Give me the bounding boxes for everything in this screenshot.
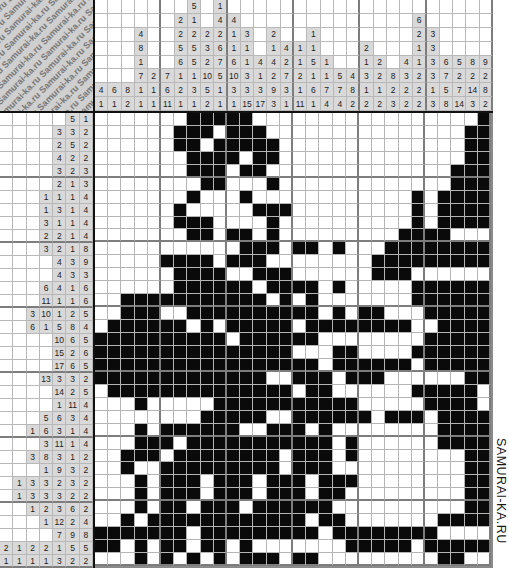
grid-cell[interactable] <box>135 126 148 139</box>
grid-cell[interactable] <box>253 307 266 320</box>
grid-cell[interactable] <box>240 501 253 514</box>
grid-cell[interactable] <box>201 204 214 217</box>
grid-cell[interactable] <box>121 152 134 165</box>
grid-cell[interactable] <box>280 126 293 139</box>
grid-cell[interactable] <box>227 527 240 540</box>
grid-cell[interactable] <box>465 411 478 424</box>
grid-cell[interactable] <box>161 450 174 463</box>
grid-cell[interactable] <box>214 553 227 566</box>
grid-cell[interactable] <box>214 255 227 268</box>
grid-cell[interactable] <box>280 320 293 333</box>
grid-cell[interactable] <box>214 204 227 217</box>
grid-cell[interactable] <box>306 527 319 540</box>
grid-cell[interactable] <box>161 242 174 255</box>
grid-cell[interactable] <box>425 294 438 307</box>
grid-cell[interactable] <box>227 372 240 385</box>
grid-cell[interactable] <box>478 139 491 152</box>
grid-cell[interactable] <box>346 255 359 268</box>
grid-cell[interactable] <box>280 178 293 191</box>
grid-cell[interactable] <box>201 229 214 242</box>
grid-cell[interactable] <box>359 488 372 501</box>
grid-cell[interactable] <box>451 475 464 488</box>
grid-cell[interactable] <box>412 346 425 359</box>
grid-cell[interactable] <box>385 255 398 268</box>
grid-cell[interactable] <box>438 307 451 320</box>
grid-cell[interactable] <box>108 165 121 178</box>
grid-cell[interactable] <box>95 372 108 385</box>
grid-cell[interactable] <box>465 346 478 359</box>
grid-cell[interactable] <box>121 553 134 566</box>
grid-cell[interactable] <box>372 229 385 242</box>
grid-cell[interactable] <box>306 333 319 346</box>
grid-cell[interactable] <box>346 411 359 424</box>
grid-cell[interactable] <box>478 229 491 242</box>
grid-cell[interactable] <box>346 346 359 359</box>
grid-cell[interactable] <box>451 229 464 242</box>
grid-cell[interactable] <box>135 553 148 566</box>
grid-cell[interactable] <box>280 488 293 501</box>
grid-cell[interactable] <box>478 281 491 294</box>
grid-cell[interactable] <box>214 462 227 475</box>
grid-cell[interactable] <box>227 501 240 514</box>
grid-cell[interactable] <box>108 217 121 230</box>
grid-cell[interactable] <box>187 281 200 294</box>
grid-cell[interactable] <box>187 359 200 372</box>
grid-cell[interactable] <box>465 385 478 398</box>
grid-cell[interactable] <box>187 527 200 540</box>
grid-cell[interactable] <box>227 359 240 372</box>
grid-cell[interactable] <box>121 462 134 475</box>
grid-cell[interactable] <box>108 307 121 320</box>
grid-cell[interactable] <box>293 242 306 255</box>
grid-cell[interactable] <box>214 242 227 255</box>
grid-cell[interactable] <box>174 191 187 204</box>
grid-cell[interactable] <box>451 359 464 372</box>
grid-cell[interactable] <box>108 320 121 333</box>
grid-cell[interactable] <box>201 359 214 372</box>
grid-cell[interactable] <box>385 450 398 463</box>
grid-cell[interactable] <box>174 553 187 566</box>
grid-cell[interactable] <box>425 255 438 268</box>
grid-cell[interactable] <box>267 372 280 385</box>
grid-cell[interactable] <box>465 255 478 268</box>
grid-cell[interactable] <box>346 152 359 165</box>
grid-cell[interactable] <box>412 398 425 411</box>
grid-cell[interactable] <box>319 217 332 230</box>
grid-cell[interactable] <box>108 191 121 204</box>
grid-cell[interactable] <box>148 346 161 359</box>
grid-cell[interactable] <box>174 242 187 255</box>
grid-cell[interactable] <box>438 475 451 488</box>
grid-cell[interactable] <box>121 514 134 527</box>
grid-cell[interactable] <box>293 191 306 204</box>
grid-cell[interactable] <box>187 346 200 359</box>
grid-cell[interactable] <box>372 475 385 488</box>
grid-cell[interactable] <box>187 255 200 268</box>
grid-cell[interactable] <box>148 255 161 268</box>
grid-cell[interactable] <box>425 126 438 139</box>
grid-cell[interactable] <box>267 488 280 501</box>
grid-cell[interactable] <box>451 281 464 294</box>
grid-cell[interactable] <box>267 113 280 126</box>
grid-cell[interactable] <box>385 346 398 359</box>
grid-cell[interactable] <box>280 307 293 320</box>
grid-cell[interactable] <box>465 501 478 514</box>
grid-cell[interactable] <box>478 514 491 527</box>
grid-cell[interactable] <box>253 113 266 126</box>
grid-cell[interactable] <box>253 540 266 553</box>
grid-cell[interactable] <box>465 152 478 165</box>
grid-cell[interactable] <box>267 346 280 359</box>
grid-cell[interactable] <box>121 398 134 411</box>
grid-cell[interactable] <box>95 113 108 126</box>
grid-cell[interactable] <box>267 385 280 398</box>
grid-cell[interactable] <box>465 488 478 501</box>
grid-cell[interactable] <box>438 450 451 463</box>
grid-cell[interactable] <box>319 139 332 152</box>
grid-cell[interactable] <box>161 281 174 294</box>
grid-cell[interactable] <box>385 191 398 204</box>
grid-cell[interactable] <box>227 139 240 152</box>
grid-cell[interactable] <box>399 333 412 346</box>
grid-cell[interactable] <box>399 268 412 281</box>
grid-cell[interactable] <box>95 229 108 242</box>
grid-cell[interactable] <box>438 217 451 230</box>
grid-cell[interactable] <box>187 165 200 178</box>
grid-cell[interactable] <box>201 540 214 553</box>
grid-cell[interactable] <box>121 139 134 152</box>
grid-cell[interactable] <box>438 152 451 165</box>
grid-cell[interactable] <box>214 281 227 294</box>
grid-cell[interactable] <box>372 217 385 230</box>
grid-cell[interactable] <box>95 217 108 230</box>
grid-cell[interactable] <box>333 242 346 255</box>
grid-cell[interactable] <box>385 294 398 307</box>
grid-cell[interactable] <box>240 359 253 372</box>
grid-cell[interactable] <box>293 126 306 139</box>
grid-cell[interactable] <box>478 475 491 488</box>
grid-cell[interactable] <box>425 268 438 281</box>
grid-cell[interactable] <box>253 514 266 527</box>
grid-cell[interactable] <box>280 255 293 268</box>
grid-cell[interactable] <box>253 333 266 346</box>
grid-cell[interactable] <box>425 488 438 501</box>
grid-cell[interactable] <box>253 488 266 501</box>
grid-cell[interactable] <box>253 229 266 242</box>
grid-cell[interactable] <box>161 437 174 450</box>
grid-cell[interactable] <box>451 488 464 501</box>
grid-cell[interactable] <box>412 514 425 527</box>
grid-cell[interactable] <box>148 204 161 217</box>
grid-cell[interactable] <box>240 488 253 501</box>
grid-cell[interactable] <box>161 126 174 139</box>
grid-cell[interactable] <box>359 191 372 204</box>
grid-cell[interactable] <box>465 359 478 372</box>
grid-cell[interactable] <box>135 346 148 359</box>
grid-cell[interactable] <box>399 398 412 411</box>
grid-cell[interactable] <box>465 527 478 540</box>
grid-cell[interactable] <box>187 242 200 255</box>
grid-cell[interactable] <box>372 540 385 553</box>
grid-cell[interactable] <box>95 165 108 178</box>
grid-cell[interactable] <box>280 398 293 411</box>
grid-cell[interactable] <box>399 229 412 242</box>
grid-cell[interactable] <box>346 424 359 437</box>
grid-cell[interactable] <box>108 540 121 553</box>
grid-cell[interactable] <box>372 242 385 255</box>
grid-cell[interactable] <box>306 126 319 139</box>
grid-cell[interactable] <box>425 178 438 191</box>
grid-cell[interactable] <box>214 450 227 463</box>
grid-cell[interactable] <box>280 501 293 514</box>
grid-cell[interactable] <box>465 320 478 333</box>
grid-cell[interactable] <box>201 385 214 398</box>
grid-cell[interactable] <box>372 294 385 307</box>
grid-cell[interactable] <box>412 242 425 255</box>
grid-cell[interactable] <box>95 255 108 268</box>
grid-cell[interactable] <box>478 165 491 178</box>
grid-cell[interactable] <box>293 320 306 333</box>
grid-cell[interactable] <box>412 488 425 501</box>
grid-cell[interactable] <box>187 152 200 165</box>
grid-cell[interactable] <box>267 359 280 372</box>
grid-cell[interactable] <box>227 281 240 294</box>
grid-cell[interactable] <box>399 307 412 320</box>
grid-cell[interactable] <box>253 437 266 450</box>
grid-cell[interactable] <box>319 527 332 540</box>
grid-cell[interactable] <box>359 346 372 359</box>
grid-cell[interactable] <box>253 268 266 281</box>
grid-cell[interactable] <box>214 346 227 359</box>
grid-cell[interactable] <box>385 242 398 255</box>
grid-cell[interactable] <box>438 113 451 126</box>
grid-cell[interactable] <box>108 294 121 307</box>
grid-cell[interactable] <box>451 191 464 204</box>
grid-cell[interactable] <box>346 139 359 152</box>
grid-cell[interactable] <box>121 294 134 307</box>
grid-cell[interactable] <box>240 450 253 463</box>
grid-cell[interactable] <box>201 165 214 178</box>
grid-cell[interactable] <box>412 462 425 475</box>
grid-cell[interactable] <box>95 385 108 398</box>
grid-cell[interactable] <box>385 204 398 217</box>
puzzle-grid[interactable] <box>95 113 493 568</box>
grid-cell[interactable] <box>359 411 372 424</box>
grid-cell[interactable] <box>359 217 372 230</box>
grid-cell[interactable] <box>293 475 306 488</box>
grid-cell[interactable] <box>412 139 425 152</box>
grid-cell[interactable] <box>319 540 332 553</box>
grid-cell[interactable] <box>425 320 438 333</box>
grid-cell[interactable] <box>240 294 253 307</box>
grid-cell[interactable] <box>108 268 121 281</box>
grid-cell[interactable] <box>121 540 134 553</box>
grid-cell[interactable] <box>135 527 148 540</box>
grid-cell[interactable] <box>346 398 359 411</box>
grid-cell[interactable] <box>319 346 332 359</box>
grid-cell[interactable] <box>161 191 174 204</box>
grid-cell[interactable] <box>161 320 174 333</box>
grid-cell[interactable] <box>267 437 280 450</box>
grid-cell[interactable] <box>95 204 108 217</box>
grid-cell[interactable] <box>306 359 319 372</box>
grid-cell[interactable] <box>425 229 438 242</box>
grid-cell[interactable] <box>385 320 398 333</box>
grid-cell[interactable] <box>346 217 359 230</box>
grid-cell[interactable] <box>425 359 438 372</box>
grid-cell[interactable] <box>95 307 108 320</box>
grid-cell[interactable] <box>267 139 280 152</box>
grid-cell[interactable] <box>306 255 319 268</box>
grid-cell[interactable] <box>135 385 148 398</box>
grid-cell[interactable] <box>240 372 253 385</box>
grid-cell[interactable] <box>174 462 187 475</box>
grid-cell[interactable] <box>319 359 332 372</box>
grid-cell[interactable] <box>306 307 319 320</box>
grid-cell[interactable] <box>161 540 174 553</box>
grid-cell[interactable] <box>293 346 306 359</box>
grid-cell[interactable] <box>478 152 491 165</box>
grid-cell[interactable] <box>451 217 464 230</box>
grid-cell[interactable] <box>346 385 359 398</box>
grid-cell[interactable] <box>319 424 332 437</box>
grid-cell[interactable] <box>201 255 214 268</box>
grid-cell[interactable] <box>267 450 280 463</box>
grid-cell[interactable] <box>385 165 398 178</box>
grid-cell[interactable] <box>187 139 200 152</box>
grid-cell[interactable] <box>293 178 306 191</box>
grid-cell[interactable] <box>412 268 425 281</box>
grid-cell[interactable] <box>412 424 425 437</box>
grid-cell[interactable] <box>108 139 121 152</box>
grid-cell[interactable] <box>95 527 108 540</box>
grid-cell[interactable] <box>399 178 412 191</box>
grid-cell[interactable] <box>293 540 306 553</box>
grid-cell[interactable] <box>319 398 332 411</box>
grid-cell[interactable] <box>108 488 121 501</box>
grid-cell[interactable] <box>174 540 187 553</box>
grid-cell[interactable] <box>425 527 438 540</box>
grid-cell[interactable] <box>214 191 227 204</box>
grid-cell[interactable] <box>280 268 293 281</box>
grid-cell[interactable] <box>372 165 385 178</box>
grid-cell[interactable] <box>438 139 451 152</box>
grid-cell[interactable] <box>267 501 280 514</box>
grid-cell[interactable] <box>174 372 187 385</box>
grid-cell[interactable] <box>359 307 372 320</box>
grid-cell[interactable] <box>174 268 187 281</box>
grid-cell[interactable] <box>399 191 412 204</box>
grid-cell[interactable] <box>253 139 266 152</box>
grid-cell[interactable] <box>333 514 346 527</box>
grid-cell[interactable] <box>227 242 240 255</box>
grid-cell[interactable] <box>280 553 293 566</box>
grid-cell[interactable] <box>95 540 108 553</box>
grid-cell[interactable] <box>465 294 478 307</box>
grid-cell[interactable] <box>95 139 108 152</box>
grid-cell[interactable] <box>280 385 293 398</box>
grid-cell[interactable] <box>359 475 372 488</box>
grid-cell[interactable] <box>240 333 253 346</box>
grid-cell[interactable] <box>187 113 200 126</box>
grid-cell[interactable] <box>359 229 372 242</box>
grid-cell[interactable] <box>385 501 398 514</box>
grid-cell[interactable] <box>174 113 187 126</box>
grid-cell[interactable] <box>95 191 108 204</box>
grid-cell[interactable] <box>108 553 121 566</box>
grid-cell[interactable] <box>240 527 253 540</box>
grid-cell[interactable] <box>121 424 134 437</box>
grid-cell[interactable] <box>201 450 214 463</box>
grid-cell[interactable] <box>359 333 372 346</box>
grid-cell[interactable] <box>438 281 451 294</box>
grid-cell[interactable] <box>253 372 266 385</box>
grid-cell[interactable] <box>161 398 174 411</box>
grid-cell[interactable] <box>451 255 464 268</box>
grid-cell[interactable] <box>240 178 253 191</box>
grid-cell[interactable] <box>333 178 346 191</box>
grid-cell[interactable] <box>267 229 280 242</box>
grid-cell[interactable] <box>346 514 359 527</box>
grid-cell[interactable] <box>201 268 214 281</box>
grid-cell[interactable] <box>201 178 214 191</box>
grid-cell[interactable] <box>161 527 174 540</box>
grid-cell[interactable] <box>399 346 412 359</box>
grid-cell[interactable] <box>333 553 346 566</box>
grid-cell[interactable] <box>333 191 346 204</box>
grid-cell[interactable] <box>412 333 425 346</box>
grid-cell[interactable] <box>174 217 187 230</box>
grid-cell[interactable] <box>148 307 161 320</box>
grid-cell[interactable] <box>121 113 134 126</box>
grid-cell[interactable] <box>148 320 161 333</box>
grid-cell[interactable] <box>399 139 412 152</box>
grid-cell[interactable] <box>465 450 478 463</box>
grid-cell[interactable] <box>201 113 214 126</box>
grid-cell[interactable] <box>135 514 148 527</box>
grid-cell[interactable] <box>267 152 280 165</box>
grid-cell[interactable] <box>346 372 359 385</box>
grid-cell[interactable] <box>174 398 187 411</box>
grid-cell[interactable] <box>161 475 174 488</box>
grid-cell[interactable] <box>319 411 332 424</box>
grid-cell[interactable] <box>451 450 464 463</box>
grid-cell[interactable] <box>201 152 214 165</box>
grid-cell[interactable] <box>425 411 438 424</box>
grid-cell[interactable] <box>148 475 161 488</box>
grid-cell[interactable] <box>359 372 372 385</box>
grid-cell[interactable] <box>425 191 438 204</box>
grid-cell[interactable] <box>465 165 478 178</box>
grid-cell[interactable] <box>121 126 134 139</box>
grid-cell[interactable] <box>306 372 319 385</box>
grid-cell[interactable] <box>359 424 372 437</box>
grid-cell[interactable] <box>359 268 372 281</box>
grid-cell[interactable] <box>385 268 398 281</box>
grid-cell[interactable] <box>161 372 174 385</box>
grid-cell[interactable] <box>333 488 346 501</box>
grid-cell[interactable] <box>253 242 266 255</box>
grid-cell[interactable] <box>293 398 306 411</box>
grid-cell[interactable] <box>385 462 398 475</box>
grid-cell[interactable] <box>306 553 319 566</box>
grid-cell[interactable] <box>319 488 332 501</box>
grid-cell[interactable] <box>121 437 134 450</box>
grid-cell[interactable] <box>121 204 134 217</box>
grid-cell[interactable] <box>306 437 319 450</box>
grid-cell[interactable] <box>227 488 240 501</box>
grid-cell[interactable] <box>372 424 385 437</box>
